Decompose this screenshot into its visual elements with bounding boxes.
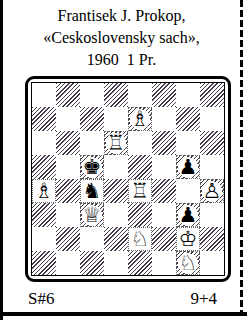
source-line: «Ceskoslovensky sach», <box>6 27 237 49</box>
square-d3[interactable] <box>104 203 128 227</box>
square-b2[interactable] <box>56 227 80 251</box>
square-d5[interactable] <box>104 155 128 179</box>
square-f2[interactable] <box>152 227 176 251</box>
chess-board-frame: ♗♖♚♟♗♞♖♙♕♟♘♔♘ <box>25 76 231 282</box>
square-f3[interactable] <box>152 203 176 227</box>
square-a5[interactable] <box>32 155 56 179</box>
square-d7[interactable] <box>104 107 128 131</box>
square-e6[interactable] <box>128 131 152 155</box>
author-line: Frantisek J. Prokop, <box>6 5 237 27</box>
square-b1[interactable] <box>56 251 80 275</box>
white-pawn: ♙ <box>200 179 224 203</box>
square-f1[interactable] <box>152 251 176 275</box>
square-h6[interactable] <box>200 131 224 155</box>
square-h4[interactable]: ♙ <box>200 179 224 203</box>
square-e3[interactable] <box>128 203 152 227</box>
square-g7[interactable] <box>176 107 200 131</box>
chess-board-inner-border: ♗♖♚♟♗♞♖♙♕♟♘♔♘ <box>31 82 225 276</box>
square-c1[interactable] <box>80 251 104 275</box>
material-count-label: 9+4 <box>190 288 217 310</box>
square-c7[interactable] <box>80 107 104 131</box>
square-d6[interactable]: ♖ <box>104 131 128 155</box>
white-rook: ♖ <box>128 179 152 203</box>
page-border-left <box>0 0 3 320</box>
black-king: ♚ <box>80 155 104 179</box>
square-a7[interactable] <box>32 107 56 131</box>
black-pawn: ♟ <box>176 155 200 179</box>
square-f4[interactable] <box>152 179 176 203</box>
square-b7[interactable] <box>56 107 80 131</box>
square-g3[interactable]: ♟ <box>176 203 200 227</box>
square-c8[interactable] <box>80 83 104 107</box>
square-c6[interactable] <box>80 131 104 155</box>
square-c2[interactable] <box>80 227 104 251</box>
caption-row: S#6 9+4 <box>25 288 231 310</box>
white-queen: ♕ <box>80 203 104 227</box>
square-h3[interactable] <box>200 203 224 227</box>
square-a1[interactable] <box>32 251 56 275</box>
black-knight: ♞ <box>80 179 104 203</box>
black-pawn: ♟ <box>176 203 200 227</box>
square-d8[interactable] <box>104 83 128 107</box>
square-f6[interactable] <box>152 131 176 155</box>
problem-card: Frantisek J. Prokop, «Ceskoslovensky sac… <box>0 0 247 320</box>
square-g2[interactable]: ♔ <box>176 227 200 251</box>
year-award-line: 1960 1 Pr. <box>6 49 237 71</box>
square-g5[interactable]: ♟ <box>176 155 200 179</box>
square-a2[interactable] <box>32 227 56 251</box>
square-h1[interactable] <box>200 251 224 275</box>
square-e1[interactable] <box>128 251 152 275</box>
square-e7[interactable]: ♗ <box>128 107 152 131</box>
square-c5[interactable]: ♚ <box>80 155 104 179</box>
square-f8[interactable] <box>152 83 176 107</box>
white-bishop: ♗ <box>32 179 56 203</box>
square-b4[interactable] <box>56 179 80 203</box>
square-e8[interactable] <box>128 83 152 107</box>
square-h7[interactable] <box>200 107 224 131</box>
white-knight: ♘ <box>128 227 152 251</box>
square-g1[interactable]: ♘ <box>176 251 200 275</box>
square-a8[interactable] <box>32 83 56 107</box>
square-d1[interactable] <box>104 251 128 275</box>
square-c4[interactable]: ♞ <box>80 179 104 203</box>
square-b6[interactable] <box>56 131 80 155</box>
square-a3[interactable] <box>32 203 56 227</box>
chess-board: ♗♖♚♟♗♞♖♙♕♟♘♔♘ <box>32 83 224 275</box>
stipulation-label: S#6 <box>28 288 54 310</box>
square-d2[interactable] <box>104 227 128 251</box>
square-h2[interactable] <box>200 227 224 251</box>
square-b3[interactable] <box>56 203 80 227</box>
square-g6[interactable] <box>176 131 200 155</box>
square-f5[interactable] <box>152 155 176 179</box>
square-e5[interactable] <box>128 155 152 179</box>
square-g4[interactable] <box>176 179 200 203</box>
white-bishop: ♗ <box>128 107 152 131</box>
square-c3[interactable]: ♕ <box>80 203 104 227</box>
square-a4[interactable]: ♗ <box>32 179 56 203</box>
square-d4[interactable] <box>104 179 128 203</box>
square-e4[interactable]: ♖ <box>128 179 152 203</box>
page-border-right-dashed <box>240 0 243 312</box>
square-b8[interactable] <box>56 83 80 107</box>
square-b5[interactable] <box>56 155 80 179</box>
square-a6[interactable] <box>32 131 56 155</box>
white-rook: ♖ <box>104 131 128 155</box>
square-e2[interactable]: ♘ <box>128 227 152 251</box>
white-king: ♔ <box>176 227 200 251</box>
square-g8[interactable] <box>176 83 200 107</box>
page-border-bottom <box>0 312 247 316</box>
square-f7[interactable] <box>152 107 176 131</box>
square-h5[interactable] <box>200 155 224 179</box>
square-h8[interactable] <box>200 83 224 107</box>
white-knight: ♘ <box>176 251 200 275</box>
problem-title: Frantisek J. Prokop, «Ceskoslovensky sac… <box>6 5 237 71</box>
